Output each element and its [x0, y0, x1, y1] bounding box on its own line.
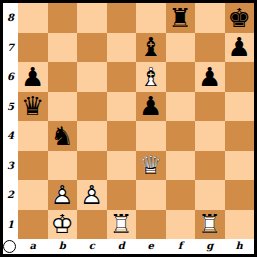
square-d4[interactable]	[107, 121, 137, 151]
piece-black-pawn[interactable]: ♟	[136, 92, 166, 122]
square-f8[interactable]: ♜	[166, 3, 196, 33]
piece-white-rook[interactable]: ♜♖	[107, 210, 137, 240]
square-c1[interactable]	[77, 210, 107, 240]
square-e3[interactable]: ♛♕	[136, 151, 166, 181]
square-h2[interactable]	[225, 180, 255, 210]
square-f7[interactable]	[166, 33, 196, 63]
square-h7[interactable]: ♟	[225, 33, 255, 63]
square-g5[interactable]	[195, 92, 225, 122]
piece-black-pawn[interactable]: ♟	[195, 62, 225, 92]
square-h6[interactable]	[225, 62, 255, 92]
square-h1[interactable]	[225, 210, 255, 240]
square-d5[interactable]	[107, 92, 137, 122]
file-label-c: c	[77, 239, 107, 254]
piece-black-rook[interactable]: ♜	[166, 3, 196, 33]
square-b7[interactable]	[48, 33, 78, 63]
square-h8[interactable]: ♚	[225, 3, 255, 33]
square-a6[interactable]: ♟	[18, 62, 48, 92]
piece-black-pawn[interactable]: ♟	[225, 33, 255, 63]
square-h5[interactable]	[225, 92, 255, 122]
side-to-move-indicator	[3, 240, 16, 253]
square-c4[interactable]	[77, 121, 107, 151]
square-a1[interactable]	[18, 210, 48, 240]
square-h3[interactable]	[225, 151, 255, 181]
square-e7[interactable]: ♝	[136, 33, 166, 63]
piece-black-queen[interactable]: ♛	[18, 92, 48, 122]
square-b2[interactable]: ♟♙	[48, 180, 78, 210]
square-g8[interactable]	[195, 3, 225, 33]
square-f3[interactable]	[166, 151, 196, 181]
square-e2[interactable]	[136, 180, 166, 210]
square-f1[interactable]	[166, 210, 196, 240]
square-h4[interactable]	[225, 121, 255, 151]
square-b3[interactable]	[48, 151, 78, 181]
file-label-a: a	[18, 239, 48, 254]
square-e5[interactable]: ♟	[136, 92, 166, 122]
piece-white-bishop[interactable]: ♝♗	[136, 62, 166, 92]
rank-label-1: 1	[3, 210, 18, 240]
side-to-move-corner	[3, 239, 18, 254]
rank-labels: 87654321	[3, 3, 18, 239]
square-d6[interactable]	[107, 62, 137, 92]
square-a4[interactable]	[18, 121, 48, 151]
square-g4[interactable]	[195, 121, 225, 151]
piece-white-pawn[interactable]: ♟♙	[77, 180, 107, 210]
piece-white-pawn[interactable]: ♟♙	[48, 180, 78, 210]
square-g2[interactable]	[195, 180, 225, 210]
square-g6[interactable]: ♟	[195, 62, 225, 92]
square-c8[interactable]	[77, 3, 107, 33]
rank-label-2: 2	[3, 180, 18, 210]
square-a7[interactable]	[18, 33, 48, 63]
square-g7[interactable]	[195, 33, 225, 63]
white-piece-outline-layer: ♙	[48, 180, 78, 210]
piece-white-king[interactable]: ♚♔	[48, 210, 78, 240]
square-f6[interactable]	[166, 62, 196, 92]
square-g3[interactable]	[195, 151, 225, 181]
square-g1[interactable]: ♜♖	[195, 210, 225, 240]
rank-label-8: 8	[3, 3, 18, 33]
rank-label-6: 6	[3, 62, 18, 92]
square-a3[interactable]	[18, 151, 48, 181]
file-label-f: f	[166, 239, 196, 254]
square-e1[interactable]	[136, 210, 166, 240]
file-label-d: d	[107, 239, 137, 254]
square-e4[interactable]	[136, 121, 166, 151]
square-b1[interactable]: ♚♔	[48, 210, 78, 240]
piece-white-rook[interactable]: ♜♖	[195, 210, 225, 240]
square-b5[interactable]	[48, 92, 78, 122]
rank-label-7: 7	[3, 33, 18, 63]
white-piece-outline-layer: ♔	[48, 210, 78, 240]
piece-black-knight[interactable]: ♞	[48, 121, 78, 151]
piece-black-bishop[interactable]: ♝	[136, 33, 166, 63]
square-c2[interactable]: ♟♙	[77, 180, 107, 210]
square-d7[interactable]	[107, 33, 137, 63]
chess-board[interactable]: ♜♚♝♟♟♝♗♟♛♟♞♛♕♟♙♟♙♚♔♜♖♜♖	[18, 3, 254, 239]
square-d2[interactable]	[107, 180, 137, 210]
file-label-h: h	[225, 239, 255, 254]
rank-label-5: 5	[3, 92, 18, 122]
square-d1[interactable]: ♜♖	[107, 210, 137, 240]
square-c3[interactable]	[77, 151, 107, 181]
piece-white-queen[interactable]: ♛♕	[136, 151, 166, 181]
piece-black-pawn[interactable]: ♟	[18, 62, 48, 92]
file-label-g: g	[195, 239, 225, 254]
square-c5[interactable]	[77, 92, 107, 122]
square-b8[interactable]	[48, 3, 78, 33]
square-a2[interactable]	[18, 180, 48, 210]
rank-label-3: 3	[3, 151, 18, 181]
piece-black-king[interactable]: ♚	[225, 3, 255, 33]
file-label-b: b	[48, 239, 78, 254]
white-piece-outline-layer: ♖	[195, 210, 225, 240]
white-piece-outline-layer: ♖	[107, 210, 137, 240]
square-e6[interactable]: ♝♗	[136, 62, 166, 92]
square-a5[interactable]: ♛	[18, 92, 48, 122]
square-f2[interactable]	[166, 180, 196, 210]
white-piece-outline-layer: ♗	[136, 62, 166, 92]
square-f5[interactable]	[166, 92, 196, 122]
square-d3[interactable]	[107, 151, 137, 181]
chess-diagram: 87654321 ♜♚♝♟♟♝♗♟♛♟♞♛♕♟♙♟♙♚♔♜♖♜♖ abcdefg…	[0, 0, 257, 257]
square-c6[interactable]	[77, 62, 107, 92]
square-b6[interactable]	[48, 62, 78, 92]
square-e8[interactable]	[136, 3, 166, 33]
file-labels: abcdefgh	[18, 239, 254, 254]
square-a8[interactable]	[18, 3, 48, 33]
square-f4[interactable]	[166, 121, 196, 151]
square-c7[interactable]	[77, 33, 107, 63]
square-d8[interactable]	[107, 3, 137, 33]
white-piece-outline-layer: ♕	[136, 151, 166, 181]
white-piece-outline-layer: ♙	[77, 180, 107, 210]
file-label-e: e	[136, 239, 166, 254]
square-b4[interactable]: ♞	[48, 121, 78, 151]
rank-label-4: 4	[3, 121, 18, 151]
